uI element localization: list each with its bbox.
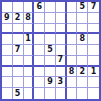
sudoku-cell-r3c2[interactable] <box>13 24 24 35</box>
sudoku-cell-r9c4[interactable] <box>34 88 45 99</box>
sudoku-cell-r1c1[interactable] <box>2 2 13 13</box>
sudoku-cell-r1c3[interactable] <box>24 2 35 13</box>
sudoku-cell-r6c9[interactable] <box>88 56 99 67</box>
sudoku-board: 65792818757821935 <box>0 0 101 101</box>
sudoku-cell-r4c5[interactable] <box>45 34 56 45</box>
sudoku-cell-r6c6[interactable]: 7 <box>56 56 67 67</box>
sudoku-cell-r6c4[interactable] <box>34 56 45 67</box>
sudoku-cell-r9c5[interactable] <box>45 88 56 99</box>
sudoku-cell-r8c9[interactable] <box>88 77 99 88</box>
sudoku-cell-r5c3[interactable] <box>24 45 35 56</box>
sudoku-cell-r3c4[interactable] <box>34 24 45 35</box>
sudoku-cell-r5c6[interactable] <box>56 45 67 56</box>
sudoku-cell-r4c8[interactable]: 8 <box>77 34 88 45</box>
sudoku-cell-r2c8[interactable] <box>77 13 88 24</box>
sudoku-cell-r7c2[interactable] <box>13 67 24 78</box>
sudoku-cell-r5c5[interactable]: 5 <box>45 45 56 56</box>
sudoku-cell-r8c5[interactable]: 9 <box>45 77 56 88</box>
sudoku-cell-r2c4[interactable] <box>34 13 45 24</box>
sudoku-cell-r8c8[interactable] <box>77 77 88 88</box>
sudoku-cell-r1c7[interactable] <box>67 2 78 13</box>
sudoku-cell-r9c3[interactable] <box>24 88 35 99</box>
sudoku-cell-r9c6[interactable] <box>56 88 67 99</box>
sudoku-cell-r1c8[interactable]: 5 <box>77 2 88 13</box>
sudoku-cell-r5c2[interactable]: 7 <box>13 45 24 56</box>
sudoku-cell-r8c2[interactable] <box>13 77 24 88</box>
sudoku-cell-r6c8[interactable] <box>77 56 88 67</box>
sudoku-cell-r7c5[interactable] <box>45 67 56 78</box>
sudoku-cell-r1c6[interactable] <box>56 2 67 13</box>
sudoku-cell-r5c7[interactable] <box>67 45 78 56</box>
sudoku-cell-r1c4[interactable]: 6 <box>34 2 45 13</box>
sudoku-cell-r8c7[interactable] <box>67 77 78 88</box>
sudoku-cell-r7c6[interactable] <box>56 67 67 78</box>
sudoku-cell-r6c5[interactable] <box>45 56 56 67</box>
sudoku-cell-r4c1[interactable] <box>2 34 13 45</box>
sudoku-cell-r1c9[interactable]: 7 <box>88 2 99 13</box>
sudoku-cell-r7c8[interactable]: 2 <box>77 67 88 78</box>
sudoku-cell-r4c4[interactable] <box>34 34 45 45</box>
sudoku-cell-r2c6[interactable] <box>56 13 67 24</box>
sudoku-cell-r6c1[interactable] <box>2 56 13 67</box>
sudoku-cell-r9c9[interactable] <box>88 88 99 99</box>
sudoku-cell-r3c7[interactable] <box>67 24 78 35</box>
sudoku-cell-r5c1[interactable] <box>2 45 13 56</box>
sudoku-cell-r8c3[interactable] <box>24 77 35 88</box>
sudoku-cell-r2c2[interactable]: 2 <box>13 13 24 24</box>
sudoku-cell-r3c8[interactable] <box>77 24 88 35</box>
sudoku-cell-r7c3[interactable] <box>24 67 35 78</box>
sudoku-cell-r8c1[interactable] <box>2 77 13 88</box>
sudoku-cell-r4c2[interactable] <box>13 34 24 45</box>
sudoku-cell-r7c1[interactable] <box>2 67 13 78</box>
sudoku-cell-r3c5[interactable] <box>45 24 56 35</box>
sudoku-cell-r2c9[interactable] <box>88 13 99 24</box>
sudoku-cell-r2c3[interactable]: 8 <box>24 13 35 24</box>
sudoku-cell-r5c8[interactable] <box>77 45 88 56</box>
sudoku-cell-r3c1[interactable] <box>2 24 13 35</box>
sudoku-cell-r4c7[interactable] <box>67 34 78 45</box>
sudoku-cell-r7c9[interactable]: 1 <box>88 67 99 78</box>
sudoku-cell-r5c9[interactable] <box>88 45 99 56</box>
sudoku-cell-r1c5[interactable] <box>45 2 56 13</box>
sudoku-cell-r3c3[interactable] <box>24 24 35 35</box>
sudoku-cell-r4c6[interactable] <box>56 34 67 45</box>
sudoku-cell-r3c9[interactable] <box>88 24 99 35</box>
sudoku-cell-r9c1[interactable] <box>2 88 13 99</box>
sudoku-cell-r7c7[interactable]: 8 <box>67 67 78 78</box>
sudoku-cell-r6c7[interactable] <box>67 56 78 67</box>
sudoku-cell-r9c8[interactable] <box>77 88 88 99</box>
sudoku-cell-r8c6[interactable]: 3 <box>56 77 67 88</box>
sudoku-cell-r4c9[interactable] <box>88 34 99 45</box>
sudoku-cell-r3c6[interactable] <box>56 24 67 35</box>
sudoku-cell-r5c4[interactable] <box>34 45 45 56</box>
sudoku-cell-r1c2[interactable] <box>13 2 24 13</box>
sudoku-cell-r7c4[interactable] <box>34 67 45 78</box>
sudoku-cell-r9c7[interactable] <box>67 88 78 99</box>
sudoku-cell-r6c2[interactable] <box>13 56 24 67</box>
sudoku-cell-r6c3[interactable] <box>24 56 35 67</box>
sudoku-cell-r4c3[interactable]: 1 <box>24 34 35 45</box>
sudoku-cell-r2c5[interactable] <box>45 13 56 24</box>
sudoku-cell-r8c4[interactable] <box>34 77 45 88</box>
sudoku-cell-r9c2[interactable]: 5 <box>13 88 24 99</box>
sudoku-cell-r2c7[interactable] <box>67 13 78 24</box>
sudoku-cell-r2c1[interactable]: 9 <box>2 13 13 24</box>
